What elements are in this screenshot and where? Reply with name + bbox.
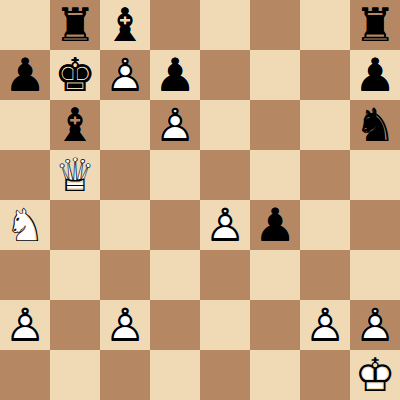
square-e8[interactable] — [200, 0, 250, 50]
square-c2[interactable]: ♟♙ — [100, 300, 150, 350]
square-e4[interactable]: ♟♙ — [200, 200, 250, 250]
black-bishop[interactable]: ♝♗ — [100, 0, 150, 50]
square-a3[interactable] — [0, 250, 50, 300]
square-d8[interactable] — [150, 0, 200, 50]
white-queen[interactable]: ♛♕ — [50, 150, 100, 200]
white-knight[interactable]: ♞♘ — [0, 200, 50, 250]
knight-outline-icon: ♘ — [350, 100, 400, 150]
white-pawn[interactable]: ♟♙ — [350, 300, 400, 350]
square-c6[interactable] — [100, 100, 150, 150]
square-e6[interactable] — [200, 100, 250, 150]
black-pawn[interactable]: ♟♙ — [150, 50, 200, 100]
square-g2[interactable]: ♟♙ — [300, 300, 350, 350]
square-h6[interactable]: ♞♘ — [350, 100, 400, 150]
square-f2[interactable] — [250, 300, 300, 350]
square-b7[interactable]: ♚♔ — [50, 50, 100, 100]
square-h7[interactable]: ♟♙ — [350, 50, 400, 100]
king-outline-icon: ♔ — [350, 350, 400, 400]
square-c7[interactable]: ♟♙ — [100, 50, 150, 100]
black-pawn[interactable]: ♟♙ — [0, 50, 50, 100]
chess-board: ♜♖♝♗♜♖♟♙♚♔♟♙♟♙♟♙♝♗♟♙♞♘♛♕♞♘♟♙♟♙♟♙♟♙♟♙♟♙♚♔ — [0, 0, 400, 400]
pawn-outline-icon: ♙ — [150, 100, 200, 150]
black-knight[interactable]: ♞♘ — [350, 100, 400, 150]
bishop-outline-icon: ♗ — [100, 0, 150, 50]
pawn-outline-icon: ♙ — [350, 300, 400, 350]
square-f6[interactable] — [250, 100, 300, 150]
white-pawn[interactable]: ♟♙ — [100, 50, 150, 100]
square-f3[interactable] — [250, 250, 300, 300]
rook-outline-icon: ♖ — [50, 0, 100, 50]
black-rook[interactable]: ♜♖ — [50, 0, 100, 50]
square-f5[interactable] — [250, 150, 300, 200]
square-d3[interactable] — [150, 250, 200, 300]
white-pawn[interactable]: ♟♙ — [100, 300, 150, 350]
knight-outline-icon: ♘ — [0, 200, 50, 250]
pawn-outline-icon: ♙ — [200, 200, 250, 250]
king-outline-icon: ♔ — [50, 50, 100, 100]
white-pawn[interactable]: ♟♙ — [200, 200, 250, 250]
black-bishop[interactable]: ♝♗ — [50, 100, 100, 150]
square-e1[interactable] — [200, 350, 250, 400]
square-b5[interactable]: ♛♕ — [50, 150, 100, 200]
square-f8[interactable] — [250, 0, 300, 50]
square-h5[interactable] — [350, 150, 400, 200]
square-h2[interactable]: ♟♙ — [350, 300, 400, 350]
square-h3[interactable] — [350, 250, 400, 300]
square-f1[interactable] — [250, 350, 300, 400]
square-b3[interactable] — [50, 250, 100, 300]
square-g4[interactable] — [300, 200, 350, 250]
square-b4[interactable] — [50, 200, 100, 250]
white-pawn[interactable]: ♟♙ — [150, 100, 200, 150]
square-a4[interactable]: ♞♘ — [0, 200, 50, 250]
square-a1[interactable] — [0, 350, 50, 400]
square-g6[interactable] — [300, 100, 350, 150]
black-rook[interactable]: ♜♖ — [350, 0, 400, 50]
rook-outline-icon: ♖ — [350, 0, 400, 50]
pawn-outline-icon: ♙ — [100, 300, 150, 350]
square-d4[interactable] — [150, 200, 200, 250]
square-a6[interactable] — [0, 100, 50, 150]
square-e2[interactable] — [200, 300, 250, 350]
black-king[interactable]: ♚♔ — [50, 50, 100, 100]
white-pawn[interactable]: ♟♙ — [300, 300, 350, 350]
pawn-outline-icon: ♙ — [150, 50, 200, 100]
square-h4[interactable] — [350, 200, 400, 250]
square-b8[interactable]: ♜♖ — [50, 0, 100, 50]
square-g7[interactable] — [300, 50, 350, 100]
square-h8[interactable]: ♜♖ — [350, 0, 400, 50]
square-b1[interactable] — [50, 350, 100, 400]
square-g5[interactable] — [300, 150, 350, 200]
square-c3[interactable] — [100, 250, 150, 300]
square-a5[interactable] — [0, 150, 50, 200]
square-d2[interactable] — [150, 300, 200, 350]
square-d5[interactable] — [150, 150, 200, 200]
square-c5[interactable] — [100, 150, 150, 200]
pawn-outline-icon: ♙ — [0, 50, 50, 100]
square-d7[interactable]: ♟♙ — [150, 50, 200, 100]
square-e3[interactable] — [200, 250, 250, 300]
pawn-outline-icon: ♙ — [300, 300, 350, 350]
square-d6[interactable]: ♟♙ — [150, 100, 200, 150]
square-g8[interactable] — [300, 0, 350, 50]
square-c1[interactable] — [100, 350, 150, 400]
square-e5[interactable] — [200, 150, 250, 200]
square-b6[interactable]: ♝♗ — [50, 100, 100, 150]
pawn-outline-icon: ♙ — [250, 200, 300, 250]
square-a2[interactable]: ♟♙ — [0, 300, 50, 350]
white-king[interactable]: ♚♔ — [350, 350, 400, 400]
pawn-outline-icon: ♙ — [0, 300, 50, 350]
square-f4[interactable]: ♟♙ — [250, 200, 300, 250]
square-a7[interactable]: ♟♙ — [0, 50, 50, 100]
bishop-outline-icon: ♗ — [50, 100, 100, 150]
white-pawn[interactable]: ♟♙ — [0, 300, 50, 350]
square-e7[interactable] — [200, 50, 250, 100]
pawn-outline-icon: ♙ — [100, 50, 150, 100]
square-a8[interactable] — [0, 0, 50, 50]
square-g3[interactable] — [300, 250, 350, 300]
square-c4[interactable] — [100, 200, 150, 250]
square-c8[interactable]: ♝♗ — [100, 0, 150, 50]
square-h1[interactable]: ♚♔ — [350, 350, 400, 400]
black-pawn[interactable]: ♟♙ — [350, 50, 400, 100]
square-d1[interactable] — [150, 350, 200, 400]
pawn-outline-icon: ♙ — [350, 50, 400, 100]
square-g1[interactable] — [300, 350, 350, 400]
queen-outline-icon: ♕ — [50, 150, 100, 200]
square-b2[interactable] — [50, 300, 100, 350]
black-pawn[interactable]: ♟♙ — [250, 200, 300, 250]
square-f7[interactable] — [250, 50, 300, 100]
